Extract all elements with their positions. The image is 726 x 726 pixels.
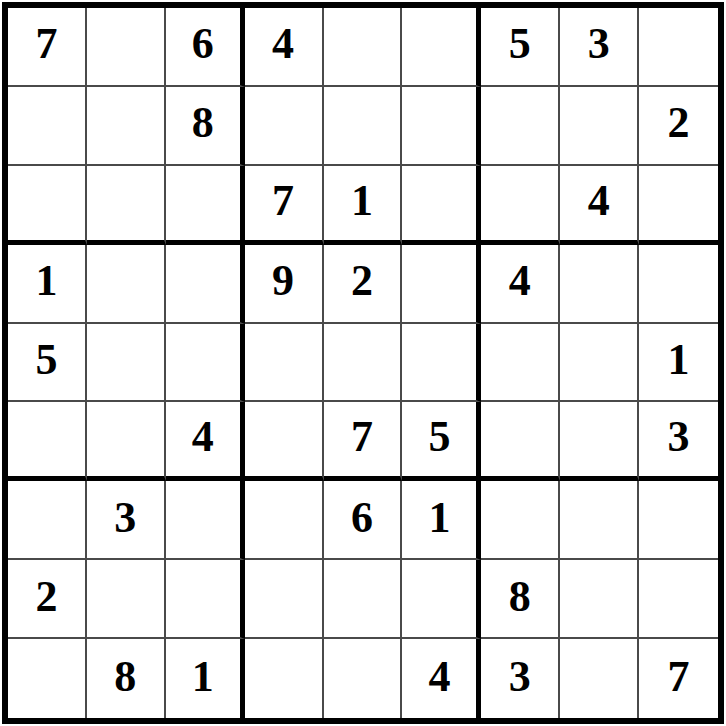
cell-r1c3[interactable]: 6: [166, 8, 245, 87]
given-digit: 1: [428, 496, 450, 540]
cell-r5c1[interactable]: 5: [8, 324, 87, 403]
given-digit: 3: [114, 496, 136, 540]
cell-r3c3[interactable]: [166, 166, 245, 245]
given-digit: 7: [668, 655, 690, 699]
given-digit: 4: [428, 655, 450, 699]
given-digit: 2: [35, 575, 57, 619]
cell-r3c4[interactable]: 7: [245, 166, 324, 245]
given-digit: 2: [668, 101, 690, 145]
cell-r8c3[interactable]: [166, 560, 245, 639]
given-digit: 5: [35, 338, 57, 382]
cell-r4c4[interactable]: 9: [245, 245, 324, 324]
cell-r9c6[interactable]: 4: [402, 639, 481, 718]
given-digit: 1: [192, 655, 214, 699]
cell-r9c7[interactable]: 3: [481, 639, 560, 718]
cell-r8c4[interactable]: [245, 560, 324, 639]
cell-r1c9[interactable]: [639, 8, 718, 87]
cell-r8c5[interactable]: [324, 560, 403, 639]
given-digit: 7: [351, 415, 373, 459]
cell-r7c7[interactable]: [481, 481, 560, 560]
cell-r1c5[interactable]: [324, 8, 403, 87]
cell-r5c5[interactable]: [324, 324, 403, 403]
cell-r3c6[interactable]: [402, 166, 481, 245]
given-digit: 8: [509, 575, 531, 619]
cell-r4c1[interactable]: 1: [8, 245, 87, 324]
cell-r5c2[interactable]: [87, 324, 166, 403]
cell-r9c2[interactable]: 8: [87, 639, 166, 718]
given-digit: 1: [668, 338, 690, 382]
given-digit: 4: [509, 259, 531, 303]
cell-r7c4[interactable]: [245, 481, 324, 560]
cell-r3c1[interactable]: [8, 166, 87, 245]
cell-r2c4[interactable]: [245, 87, 324, 166]
cell-r6c6[interactable]: 5: [402, 402, 481, 481]
cell-r5c4[interactable]: [245, 324, 324, 403]
cell-r9c9[interactable]: 7: [639, 639, 718, 718]
cell-r2c7[interactable]: [481, 87, 560, 166]
cell-r2c8[interactable]: [560, 87, 639, 166]
cell-r2c5[interactable]: [324, 87, 403, 166]
cell-r6c9[interactable]: 3: [639, 402, 718, 481]
cell-r4c6[interactable]: [402, 245, 481, 324]
cell-r7c6[interactable]: 1: [402, 481, 481, 560]
cell-r9c1[interactable]: [8, 639, 87, 718]
cell-r8c2[interactable]: [87, 560, 166, 639]
cell-r4c2[interactable]: [87, 245, 166, 324]
given-digit: 3: [588, 22, 610, 66]
cell-r2c2[interactable]: [87, 87, 166, 166]
cell-r6c4[interactable]: [245, 402, 324, 481]
cell-r9c3[interactable]: 1: [166, 639, 245, 718]
cell-r5c7[interactable]: [481, 324, 560, 403]
cell-r8c6[interactable]: [402, 560, 481, 639]
cell-r1c4[interactable]: 4: [245, 8, 324, 87]
cell-r6c7[interactable]: [481, 402, 560, 481]
cell-r1c7[interactable]: 5: [481, 8, 560, 87]
cell-r5c3[interactable]: [166, 324, 245, 403]
cell-r9c4[interactable]: [245, 639, 324, 718]
cell-r2c9[interactable]: 2: [639, 87, 718, 166]
cell-r3c2[interactable]: [87, 166, 166, 245]
given-digit: 8: [114, 655, 136, 699]
cell-r4c7[interactable]: 4: [481, 245, 560, 324]
cell-r1c8[interactable]: 3: [560, 8, 639, 87]
cell-r7c2[interactable]: 3: [87, 481, 166, 560]
cell-r1c1[interactable]: 7: [8, 8, 87, 87]
given-digit: 2: [351, 259, 373, 303]
cell-r6c1[interactable]: [8, 402, 87, 481]
cell-r3c9[interactable]: [639, 166, 718, 245]
given-digit: 7: [35, 22, 57, 66]
given-digit: 6: [192, 22, 214, 66]
given-digit: 3: [668, 415, 690, 459]
cell-r3c8[interactable]: 4: [560, 166, 639, 245]
page-background: 764538271419245147533612881437: [0, 0, 726, 726]
cell-r6c2[interactable]: [87, 402, 166, 481]
cell-r4c8[interactable]: [560, 245, 639, 324]
cell-r9c5[interactable]: [324, 639, 403, 718]
given-digit: 5: [509, 22, 531, 66]
cell-r4c3[interactable]: [166, 245, 245, 324]
given-digit: 4: [192, 415, 214, 459]
sudoku-board: 764538271419245147533612881437: [2, 2, 724, 724]
cell-r3c5[interactable]: 1: [324, 166, 403, 245]
given-digit: 5: [428, 415, 450, 459]
cell-r7c1[interactable]: [8, 481, 87, 560]
cell-r8c9[interactable]: [639, 560, 718, 639]
given-digit: 4: [588, 179, 610, 223]
cell-r7c9[interactable]: [639, 481, 718, 560]
cell-r5c9[interactable]: 1: [639, 324, 718, 403]
cell-r8c1[interactable]: 2: [8, 560, 87, 639]
given-digit: 7: [272, 179, 294, 223]
given-digit: 3: [509, 655, 531, 699]
cell-r5c6[interactable]: [402, 324, 481, 403]
cell-r4c5[interactable]: 2: [324, 245, 403, 324]
given-digit: 9: [272, 259, 294, 303]
cell-r8c8[interactable]: [560, 560, 639, 639]
given-digit: 6: [351, 496, 373, 540]
cell-r6c3[interactable]: 4: [166, 402, 245, 481]
cell-r2c3[interactable]: 8: [166, 87, 245, 166]
given-digit: 1: [351, 179, 373, 223]
cell-r6c5[interactable]: 7: [324, 402, 403, 481]
cell-r7c5[interactable]: 6: [324, 481, 403, 560]
cell-r3c7[interactable]: [481, 166, 560, 245]
cell-r4c9[interactable]: [639, 245, 718, 324]
cell-r7c8[interactable]: [560, 481, 639, 560]
cell-r9c8[interactable]: [560, 639, 639, 718]
given-digit: 1: [35, 259, 57, 303]
cell-r2c6[interactable]: [402, 87, 481, 166]
given-digit: 4: [272, 22, 294, 66]
given-digit: 8: [192, 101, 214, 145]
cell-r2c1[interactable]: [8, 87, 87, 166]
cell-r8c7[interactable]: 8: [481, 560, 560, 639]
cell-r7c3[interactable]: [166, 481, 245, 560]
cell-r1c2[interactable]: [87, 8, 166, 87]
cell-r5c8[interactable]: [560, 324, 639, 403]
cell-r6c8[interactable]: [560, 402, 639, 481]
cell-r1c6[interactable]: [402, 8, 481, 87]
